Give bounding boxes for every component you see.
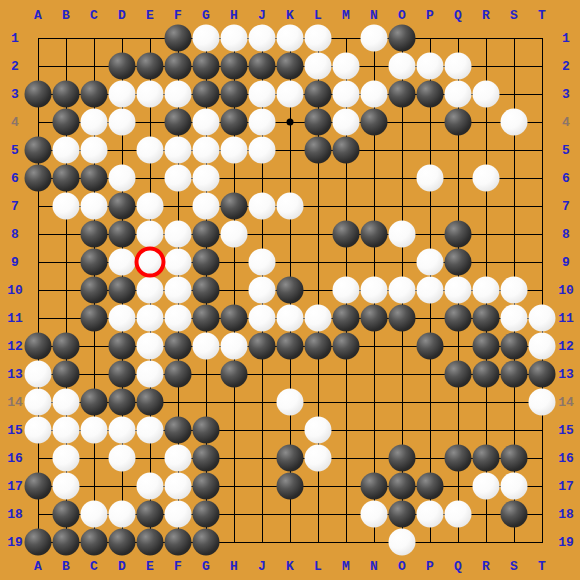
black-stone xyxy=(53,109,80,136)
column-label-top: P xyxy=(426,9,434,22)
black-stone xyxy=(333,333,360,360)
row-label-right: 13 xyxy=(558,368,574,381)
white-stone xyxy=(165,445,192,472)
black-stone xyxy=(361,305,388,332)
row-label-left: 16 xyxy=(7,452,23,465)
black-stone xyxy=(81,305,108,332)
white-stone xyxy=(81,137,108,164)
black-stone xyxy=(529,361,556,388)
white-stone xyxy=(193,193,220,220)
white-stone xyxy=(221,137,248,164)
white-stone xyxy=(53,473,80,500)
white-stone xyxy=(137,221,164,248)
white-stone xyxy=(109,109,136,136)
black-stone xyxy=(389,305,416,332)
white-stone xyxy=(81,109,108,136)
row-label-right: 11 xyxy=(558,312,574,325)
column-label-bottom: K xyxy=(286,560,294,573)
row-label-left: 11 xyxy=(7,312,23,325)
column-label-bottom: N xyxy=(370,560,378,573)
black-stone xyxy=(389,445,416,472)
black-stone xyxy=(249,333,276,360)
black-stone xyxy=(109,333,136,360)
row-label-right: 2 xyxy=(562,60,570,73)
white-stone xyxy=(389,221,416,248)
white-stone xyxy=(165,305,192,332)
white-stone xyxy=(333,277,360,304)
black-stone xyxy=(305,137,332,164)
black-stone xyxy=(473,361,500,388)
white-stone xyxy=(249,25,276,52)
white-stone xyxy=(361,277,388,304)
white-stone xyxy=(473,81,500,108)
white-stone xyxy=(109,81,136,108)
black-stone xyxy=(81,221,108,248)
black-stone xyxy=(277,277,304,304)
white-stone xyxy=(249,305,276,332)
white-stone xyxy=(445,81,472,108)
black-stone xyxy=(109,529,136,556)
black-stone xyxy=(333,221,360,248)
black-stone xyxy=(109,193,136,220)
black-stone xyxy=(81,529,108,556)
column-label-bottom: E xyxy=(146,560,154,573)
column-label-bottom: B xyxy=(62,560,70,573)
white-stone xyxy=(137,137,164,164)
column-label-bottom: L xyxy=(314,560,322,573)
black-stone xyxy=(53,81,80,108)
column-label-bottom: T xyxy=(538,560,546,573)
black-stone xyxy=(417,333,444,360)
white-stone xyxy=(473,277,500,304)
white-stone xyxy=(529,389,556,416)
white-stone xyxy=(165,249,192,276)
black-stone xyxy=(109,361,136,388)
column-label-bottom: A xyxy=(34,560,42,573)
white-stone xyxy=(221,333,248,360)
row-label-right: 17 xyxy=(558,480,574,493)
white-stone xyxy=(165,81,192,108)
column-label-bottom: R xyxy=(482,560,490,573)
black-stone xyxy=(25,333,52,360)
black-stone xyxy=(137,501,164,528)
black-stone xyxy=(193,249,220,276)
white-stone xyxy=(277,81,304,108)
black-stone xyxy=(25,473,52,500)
white-stone xyxy=(417,53,444,80)
white-stone xyxy=(305,445,332,472)
white-stone xyxy=(137,361,164,388)
black-stone xyxy=(109,221,136,248)
black-stone xyxy=(221,53,248,80)
column-label-bottom: F xyxy=(174,560,182,573)
row-label-left: 1 xyxy=(11,32,19,45)
black-stone xyxy=(193,53,220,80)
row-label-right: 6 xyxy=(562,172,570,185)
white-stone xyxy=(109,445,136,472)
white-stone xyxy=(445,501,472,528)
black-stone xyxy=(193,473,220,500)
column-label-top: B xyxy=(62,9,70,22)
black-stone xyxy=(193,221,220,248)
black-stone xyxy=(81,165,108,192)
black-stone xyxy=(81,389,108,416)
last-move-marker xyxy=(135,247,166,278)
row-label-right: 16 xyxy=(558,452,574,465)
row-label-left: 19 xyxy=(7,536,23,549)
black-stone xyxy=(193,445,220,472)
white-stone xyxy=(277,193,304,220)
black-stone xyxy=(53,333,80,360)
black-stone xyxy=(389,25,416,52)
black-stone xyxy=(193,277,220,304)
black-stone xyxy=(445,361,472,388)
black-stone xyxy=(501,501,528,528)
black-stone xyxy=(137,53,164,80)
black-stone xyxy=(389,81,416,108)
white-stone xyxy=(501,109,528,136)
white-stone xyxy=(333,81,360,108)
row-label-left: 9 xyxy=(11,256,19,269)
column-label-top: A xyxy=(34,9,42,22)
white-stone xyxy=(53,193,80,220)
row-label-right: 18 xyxy=(558,508,574,521)
white-stone xyxy=(137,277,164,304)
white-stone xyxy=(333,109,360,136)
white-stone xyxy=(249,277,276,304)
row-label-left: 18 xyxy=(7,508,23,521)
black-stone xyxy=(165,529,192,556)
white-stone xyxy=(501,277,528,304)
black-stone xyxy=(305,109,332,136)
white-stone xyxy=(361,81,388,108)
row-label-left: 2 xyxy=(11,60,19,73)
black-stone xyxy=(389,473,416,500)
black-stone xyxy=(81,249,108,276)
white-stone xyxy=(277,305,304,332)
black-stone xyxy=(501,333,528,360)
row-label-right: 7 xyxy=(562,200,570,213)
white-stone xyxy=(417,165,444,192)
row-label-left: 3 xyxy=(11,88,19,101)
row-label-left: 10 xyxy=(7,284,23,297)
row-label-right: 9 xyxy=(562,256,570,269)
white-stone xyxy=(165,165,192,192)
column-label-top: K xyxy=(286,9,294,22)
white-stone xyxy=(193,165,220,192)
black-stone xyxy=(333,137,360,164)
column-label-top: M xyxy=(342,9,350,22)
grid-line xyxy=(542,38,543,543)
white-stone xyxy=(361,501,388,528)
white-stone xyxy=(25,417,52,444)
column-label-top: C xyxy=(90,9,98,22)
white-stone xyxy=(193,137,220,164)
white-stone xyxy=(445,277,472,304)
white-stone xyxy=(53,417,80,444)
white-stone xyxy=(81,501,108,528)
column-label-top: O xyxy=(398,9,406,22)
white-stone xyxy=(473,473,500,500)
row-label-right: 3 xyxy=(562,88,570,101)
black-stone xyxy=(109,389,136,416)
star-point xyxy=(287,119,294,126)
white-stone xyxy=(277,25,304,52)
column-label-bottom: S xyxy=(510,560,518,573)
white-stone xyxy=(109,305,136,332)
white-stone xyxy=(473,165,500,192)
white-stone xyxy=(361,25,388,52)
black-stone xyxy=(193,501,220,528)
black-stone xyxy=(221,193,248,220)
black-stone xyxy=(81,81,108,108)
column-label-top: G xyxy=(202,9,210,22)
black-stone xyxy=(221,361,248,388)
white-stone xyxy=(25,361,52,388)
black-stone xyxy=(361,221,388,248)
white-stone xyxy=(53,389,80,416)
black-stone xyxy=(445,249,472,276)
black-stone xyxy=(53,501,80,528)
white-stone xyxy=(333,53,360,80)
white-stone xyxy=(221,221,248,248)
column-label-bottom: J xyxy=(258,560,266,573)
column-label-top: N xyxy=(370,9,378,22)
black-stone xyxy=(137,389,164,416)
white-stone xyxy=(389,53,416,80)
black-stone xyxy=(277,473,304,500)
white-stone xyxy=(389,529,416,556)
white-stone xyxy=(305,25,332,52)
white-stone xyxy=(165,277,192,304)
column-label-bottom: C xyxy=(90,560,98,573)
black-stone xyxy=(193,529,220,556)
white-stone xyxy=(137,193,164,220)
row-label-right: 12 xyxy=(558,340,574,353)
column-label-top: D xyxy=(118,9,126,22)
black-stone xyxy=(277,445,304,472)
white-stone xyxy=(137,417,164,444)
row-label-left: 14 xyxy=(7,396,23,409)
black-stone xyxy=(25,165,52,192)
black-stone xyxy=(165,361,192,388)
white-stone xyxy=(305,417,332,444)
column-label-top: R xyxy=(482,9,490,22)
black-stone xyxy=(109,277,136,304)
black-stone xyxy=(25,137,52,164)
row-label-right: 19 xyxy=(558,536,574,549)
white-stone xyxy=(109,249,136,276)
black-stone xyxy=(361,473,388,500)
white-stone xyxy=(249,137,276,164)
white-stone xyxy=(193,25,220,52)
black-stone xyxy=(165,417,192,444)
column-label-top: S xyxy=(510,9,518,22)
black-stone xyxy=(221,81,248,108)
white-stone xyxy=(501,305,528,332)
black-stone xyxy=(109,53,136,80)
row-label-left: 6 xyxy=(11,172,19,185)
row-label-left: 12 xyxy=(7,340,23,353)
black-stone xyxy=(501,361,528,388)
black-stone xyxy=(193,81,220,108)
white-stone xyxy=(165,137,192,164)
black-stone xyxy=(305,81,332,108)
white-stone xyxy=(137,81,164,108)
row-label-left: 8 xyxy=(11,228,19,241)
white-stone xyxy=(165,501,192,528)
white-stone xyxy=(389,277,416,304)
white-stone xyxy=(305,305,332,332)
black-stone xyxy=(389,501,416,528)
column-label-top: J xyxy=(258,9,266,22)
black-stone xyxy=(53,361,80,388)
row-label-right: 10 xyxy=(558,284,574,297)
black-stone xyxy=(249,53,276,80)
column-label-bottom: H xyxy=(230,560,238,573)
column-label-top: H xyxy=(230,9,238,22)
row-label-right: 8 xyxy=(562,228,570,241)
column-label-top: E xyxy=(146,9,154,22)
white-stone xyxy=(249,193,276,220)
column-label-bottom: G xyxy=(202,560,210,573)
column-label-bottom: O xyxy=(398,560,406,573)
black-stone xyxy=(53,529,80,556)
black-stone xyxy=(193,305,220,332)
white-stone xyxy=(109,501,136,528)
row-label-left: 17 xyxy=(7,480,23,493)
white-stone xyxy=(137,333,164,360)
black-stone xyxy=(221,109,248,136)
black-stone xyxy=(333,305,360,332)
white-stone xyxy=(109,165,136,192)
black-stone xyxy=(445,305,472,332)
white-stone xyxy=(53,137,80,164)
row-label-right: 4 xyxy=(562,116,570,129)
black-stone xyxy=(221,305,248,332)
white-stone xyxy=(25,389,52,416)
column-label-bottom: D xyxy=(118,560,126,573)
column-label-bottom: Q xyxy=(454,560,462,573)
white-stone xyxy=(249,81,276,108)
black-stone xyxy=(445,221,472,248)
white-stone xyxy=(417,501,444,528)
black-stone xyxy=(137,529,164,556)
row-label-left: 4 xyxy=(11,116,19,129)
black-stone xyxy=(417,473,444,500)
column-label-bottom: M xyxy=(342,560,350,573)
white-stone xyxy=(165,221,192,248)
white-stone xyxy=(529,305,556,332)
white-stone xyxy=(221,25,248,52)
row-label-right: 15 xyxy=(558,424,574,437)
white-stone xyxy=(81,417,108,444)
black-stone xyxy=(165,333,192,360)
white-stone xyxy=(529,333,556,360)
black-stone xyxy=(445,445,472,472)
row-label-left: 7 xyxy=(11,200,19,213)
white-stone xyxy=(305,53,332,80)
white-stone xyxy=(445,53,472,80)
white-stone xyxy=(249,249,276,276)
white-stone xyxy=(165,473,192,500)
black-stone xyxy=(277,53,304,80)
column-label-top: T xyxy=(538,9,546,22)
white-stone xyxy=(137,305,164,332)
black-stone xyxy=(361,109,388,136)
row-label-left: 13 xyxy=(7,368,23,381)
white-stone xyxy=(417,249,444,276)
black-stone xyxy=(165,109,192,136)
column-label-top: L xyxy=(314,9,322,22)
white-stone xyxy=(249,109,276,136)
black-stone xyxy=(305,333,332,360)
column-label-bottom: P xyxy=(426,560,434,573)
black-stone xyxy=(417,81,444,108)
black-stone xyxy=(473,445,500,472)
white-stone xyxy=(53,445,80,472)
white-stone xyxy=(193,333,220,360)
go-board[interactable]: AABBCCDDEEFFGGHHJJKKLLMMNNOOPPQQRRSSTT11… xyxy=(0,0,580,580)
row-label-left: 15 xyxy=(7,424,23,437)
white-stone xyxy=(109,417,136,444)
column-label-top: F xyxy=(174,9,182,22)
white-stone xyxy=(137,473,164,500)
black-stone xyxy=(473,305,500,332)
row-label-left: 5 xyxy=(11,144,19,157)
black-stone xyxy=(25,81,52,108)
white-stone xyxy=(417,277,444,304)
column-label-top: Q xyxy=(454,9,462,22)
white-stone xyxy=(501,473,528,500)
black-stone xyxy=(277,333,304,360)
black-stone xyxy=(165,53,192,80)
white-stone xyxy=(277,389,304,416)
row-label-right: 14 xyxy=(558,396,574,409)
row-label-right: 5 xyxy=(562,144,570,157)
black-stone xyxy=(25,529,52,556)
row-label-right: 1 xyxy=(562,32,570,45)
black-stone xyxy=(473,333,500,360)
black-stone xyxy=(445,109,472,136)
black-stone xyxy=(165,25,192,52)
white-stone xyxy=(193,109,220,136)
black-stone xyxy=(81,277,108,304)
black-stone xyxy=(53,165,80,192)
black-stone xyxy=(501,445,528,472)
black-stone xyxy=(193,417,220,444)
white-stone xyxy=(81,193,108,220)
